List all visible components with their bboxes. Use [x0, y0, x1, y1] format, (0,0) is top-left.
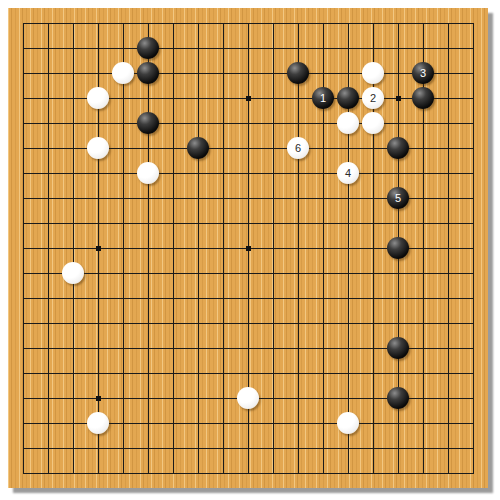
intersection-L6[interactable] [261, 336, 286, 361]
intersection-L4[interactable] [261, 386, 286, 411]
intersection-E10[interactable] [111, 236, 136, 261]
intersection-D16[interactable] [86, 86, 111, 111]
intersection-L1[interactable] [261, 461, 286, 486]
intersection-D18[interactable] [86, 36, 111, 61]
intersection-O3[interactable] [336, 411, 361, 436]
intersection-G19[interactable] [161, 11, 186, 36]
intersection-S15[interactable] [436, 111, 461, 136]
intersection-O14[interactable] [336, 136, 361, 161]
intersection-H8[interactable] [186, 286, 211, 311]
intersection-F9[interactable] [136, 261, 161, 286]
intersection-E9[interactable] [111, 261, 136, 286]
intersection-C14[interactable] [61, 136, 86, 161]
intersection-R11[interactable] [411, 211, 436, 236]
intersection-T13[interactable] [461, 161, 486, 186]
intersection-A5[interactable] [11, 361, 36, 386]
intersection-B17[interactable] [36, 61, 61, 86]
intersection-N4[interactable] [311, 386, 336, 411]
intersection-B19[interactable] [36, 11, 61, 36]
intersection-G11[interactable] [161, 211, 186, 236]
intersection-F17[interactable] [136, 61, 161, 86]
intersection-C2[interactable] [61, 436, 86, 461]
intersection-F14[interactable] [136, 136, 161, 161]
intersection-Q18[interactable] [386, 36, 411, 61]
intersection-L14[interactable] [261, 136, 286, 161]
intersection-H4[interactable] [186, 386, 211, 411]
intersection-S17[interactable] [436, 61, 461, 86]
intersection-R1[interactable] [411, 461, 436, 486]
intersection-T17[interactable] [461, 61, 486, 86]
intersection-T11[interactable] [461, 211, 486, 236]
intersection-H2[interactable] [186, 436, 211, 461]
intersection-F7[interactable] [136, 311, 161, 336]
intersection-Q4[interactable] [386, 386, 411, 411]
intersection-S5[interactable] [436, 361, 461, 386]
intersection-O18[interactable] [336, 36, 361, 61]
intersection-S4[interactable] [436, 386, 461, 411]
intersection-O15[interactable] [336, 111, 361, 136]
intersection-B6[interactable] [36, 336, 61, 361]
intersection-P6[interactable] [361, 336, 386, 361]
intersection-C18[interactable] [61, 36, 86, 61]
intersection-G6[interactable] [161, 336, 186, 361]
intersection-H19[interactable] [186, 11, 211, 36]
intersection-P16[interactable]: 2 [361, 86, 386, 111]
intersection-H10[interactable] [186, 236, 211, 261]
intersection-J18[interactable] [211, 36, 236, 61]
intersection-O8[interactable] [336, 286, 361, 311]
intersection-T5[interactable] [461, 361, 486, 386]
intersection-Q10[interactable] [386, 236, 411, 261]
intersection-E2[interactable] [111, 436, 136, 461]
intersection-P8[interactable] [361, 286, 386, 311]
intersection-D2[interactable] [86, 436, 111, 461]
intersection-B3[interactable] [36, 411, 61, 436]
intersection-N11[interactable] [311, 211, 336, 236]
intersection-P5[interactable] [361, 361, 386, 386]
intersection-J6[interactable] [211, 336, 236, 361]
intersection-H14[interactable] [186, 136, 211, 161]
intersection-B15[interactable] [36, 111, 61, 136]
intersection-B7[interactable] [36, 311, 61, 336]
intersection-T9[interactable] [461, 261, 486, 286]
intersection-K19[interactable] [236, 11, 261, 36]
intersection-K18[interactable] [236, 36, 261, 61]
intersection-H7[interactable] [186, 311, 211, 336]
intersection-F13[interactable] [136, 161, 161, 186]
intersection-C8[interactable] [61, 286, 86, 311]
intersection-B13[interactable] [36, 161, 61, 186]
intersection-B8[interactable] [36, 286, 61, 311]
intersection-A17[interactable] [11, 61, 36, 86]
intersection-O2[interactable] [336, 436, 361, 461]
intersection-M9[interactable] [286, 261, 311, 286]
intersection-D14[interactable] [86, 136, 111, 161]
intersection-L7[interactable] [261, 311, 286, 336]
intersection-E3[interactable] [111, 411, 136, 436]
intersection-R17[interactable]: 3 [411, 61, 436, 86]
intersection-E17[interactable] [111, 61, 136, 86]
intersection-C6[interactable] [61, 336, 86, 361]
intersection-L15[interactable] [261, 111, 286, 136]
intersection-J5[interactable] [211, 361, 236, 386]
intersection-E19[interactable] [111, 11, 136, 36]
intersection-R5[interactable] [411, 361, 436, 386]
intersection-T15[interactable] [461, 111, 486, 136]
intersection-E18[interactable] [111, 36, 136, 61]
intersection-B4[interactable] [36, 386, 61, 411]
intersection-A4[interactable] [11, 386, 36, 411]
intersection-O19[interactable] [336, 11, 361, 36]
intersection-D11[interactable] [86, 211, 111, 236]
intersection-A15[interactable] [11, 111, 36, 136]
intersection-Q11[interactable] [386, 211, 411, 236]
intersection-M6[interactable] [286, 336, 311, 361]
intersection-M17[interactable] [286, 61, 311, 86]
intersection-P4[interactable] [361, 386, 386, 411]
intersection-F3[interactable] [136, 411, 161, 436]
intersection-H15[interactable] [186, 111, 211, 136]
intersection-R9[interactable] [411, 261, 436, 286]
intersection-M10[interactable] [286, 236, 311, 261]
intersection-J17[interactable] [211, 61, 236, 86]
intersection-O1[interactable] [336, 461, 361, 486]
intersection-H11[interactable] [186, 211, 211, 236]
intersection-G4[interactable] [161, 386, 186, 411]
intersection-C16[interactable] [61, 86, 86, 111]
intersection-J8[interactable] [211, 286, 236, 311]
intersection-N14[interactable] [311, 136, 336, 161]
intersection-P10[interactable] [361, 236, 386, 261]
intersection-S1[interactable] [436, 461, 461, 486]
intersection-H16[interactable] [186, 86, 211, 111]
intersection-B11[interactable] [36, 211, 61, 236]
intersection-O6[interactable] [336, 336, 361, 361]
intersection-M2[interactable] [286, 436, 311, 461]
intersection-N6[interactable] [311, 336, 336, 361]
intersection-E11[interactable] [111, 211, 136, 236]
intersection-C19[interactable] [61, 11, 86, 36]
intersection-P18[interactable] [361, 36, 386, 61]
intersection-L10[interactable] [261, 236, 286, 261]
intersection-G1[interactable] [161, 461, 186, 486]
intersection-N2[interactable] [311, 436, 336, 461]
intersection-G12[interactable] [161, 186, 186, 211]
intersection-Q12[interactable]: 5 [386, 186, 411, 211]
intersection-K11[interactable] [236, 211, 261, 236]
intersection-E15[interactable] [111, 111, 136, 136]
intersection-D5[interactable] [86, 361, 111, 386]
intersection-D12[interactable] [86, 186, 111, 211]
intersection-G2[interactable] [161, 436, 186, 461]
intersection-K15[interactable] [236, 111, 261, 136]
intersection-Q19[interactable] [386, 11, 411, 36]
intersection-N18[interactable] [311, 36, 336, 61]
intersection-E7[interactable] [111, 311, 136, 336]
intersection-R3[interactable] [411, 411, 436, 436]
intersection-R12[interactable] [411, 186, 436, 211]
intersection-K6[interactable] [236, 336, 261, 361]
intersection-J7[interactable] [211, 311, 236, 336]
intersection-D1[interactable] [86, 461, 111, 486]
intersection-J19[interactable] [211, 11, 236, 36]
intersection-O9[interactable] [336, 261, 361, 286]
intersection-T8[interactable] [461, 286, 486, 311]
intersection-D8[interactable] [86, 286, 111, 311]
intersection-L8[interactable] [261, 286, 286, 311]
intersection-A9[interactable] [11, 261, 36, 286]
intersection-D17[interactable] [86, 61, 111, 86]
intersection-M18[interactable] [286, 36, 311, 61]
intersection-L19[interactable] [261, 11, 286, 36]
intersection-Q6[interactable] [386, 336, 411, 361]
intersection-G10[interactable] [161, 236, 186, 261]
intersection-N1[interactable] [311, 461, 336, 486]
intersection-N12[interactable] [311, 186, 336, 211]
intersection-F19[interactable] [136, 11, 161, 36]
intersection-H12[interactable] [186, 186, 211, 211]
intersection-L12[interactable] [261, 186, 286, 211]
intersection-C1[interactable] [61, 461, 86, 486]
intersection-J16[interactable] [211, 86, 236, 111]
intersection-D6[interactable] [86, 336, 111, 361]
intersection-T7[interactable] [461, 311, 486, 336]
intersection-J1[interactable] [211, 461, 236, 486]
intersection-F6[interactable] [136, 336, 161, 361]
intersection-E5[interactable] [111, 361, 136, 386]
intersection-H13[interactable] [186, 161, 211, 186]
intersection-K4[interactable] [236, 386, 261, 411]
intersection-K9[interactable] [236, 261, 261, 286]
intersection-A18[interactable] [11, 36, 36, 61]
intersection-M15[interactable] [286, 111, 311, 136]
intersection-O12[interactable] [336, 186, 361, 211]
intersection-Q7[interactable] [386, 311, 411, 336]
intersection-A8[interactable] [11, 286, 36, 311]
intersection-S10[interactable] [436, 236, 461, 261]
intersection-N10[interactable] [311, 236, 336, 261]
intersection-D7[interactable] [86, 311, 111, 336]
intersection-P1[interactable] [361, 461, 386, 486]
intersection-E14[interactable] [111, 136, 136, 161]
intersection-C15[interactable] [61, 111, 86, 136]
intersection-M8[interactable] [286, 286, 311, 311]
intersection-E1[interactable] [111, 461, 136, 486]
intersection-E8[interactable] [111, 286, 136, 311]
intersection-R10[interactable] [411, 236, 436, 261]
intersection-T6[interactable] [461, 336, 486, 361]
intersection-K1[interactable] [236, 461, 261, 486]
intersection-S14[interactable] [436, 136, 461, 161]
intersection-L13[interactable] [261, 161, 286, 186]
intersection-Q2[interactable] [386, 436, 411, 461]
intersection-Q14[interactable] [386, 136, 411, 161]
intersection-T19[interactable] [461, 11, 486, 36]
intersection-T12[interactable] [461, 186, 486, 211]
intersection-N15[interactable] [311, 111, 336, 136]
intersection-C13[interactable] [61, 161, 86, 186]
intersection-Q17[interactable] [386, 61, 411, 86]
intersection-B2[interactable] [36, 436, 61, 461]
intersection-J4[interactable] [211, 386, 236, 411]
intersection-L2[interactable] [261, 436, 286, 461]
intersection-T2[interactable] [461, 436, 486, 461]
intersection-L16[interactable] [261, 86, 286, 111]
intersection-C4[interactable] [61, 386, 86, 411]
intersection-B5[interactable] [36, 361, 61, 386]
intersection-C11[interactable] [61, 211, 86, 236]
intersection-A19[interactable] [11, 11, 36, 36]
intersection-N5[interactable] [311, 361, 336, 386]
intersection-N3[interactable] [311, 411, 336, 436]
intersection-K12[interactable] [236, 186, 261, 211]
intersection-M13[interactable] [286, 161, 311, 186]
intersection-O17[interactable] [336, 61, 361, 86]
intersection-R15[interactable] [411, 111, 436, 136]
intersection-L9[interactable] [261, 261, 286, 286]
intersection-A6[interactable] [11, 336, 36, 361]
intersection-J12[interactable] [211, 186, 236, 211]
intersection-J10[interactable] [211, 236, 236, 261]
intersection-S18[interactable] [436, 36, 461, 61]
intersection-A16[interactable] [11, 86, 36, 111]
intersection-E12[interactable] [111, 186, 136, 211]
intersection-P12[interactable] [361, 186, 386, 211]
intersection-S12[interactable] [436, 186, 461, 211]
intersection-M11[interactable] [286, 211, 311, 236]
intersection-P13[interactable] [361, 161, 386, 186]
intersection-R4[interactable] [411, 386, 436, 411]
intersection-P11[interactable] [361, 211, 386, 236]
intersection-O10[interactable] [336, 236, 361, 261]
intersection-T1[interactable] [461, 461, 486, 486]
intersection-T10[interactable] [461, 236, 486, 261]
intersection-J2[interactable] [211, 436, 236, 461]
intersection-Q3[interactable] [386, 411, 411, 436]
intersection-S13[interactable] [436, 161, 461, 186]
intersection-B9[interactable] [36, 261, 61, 286]
intersection-P19[interactable] [361, 11, 386, 36]
intersection-G5[interactable] [161, 361, 186, 386]
intersection-A13[interactable] [11, 161, 36, 186]
intersection-B16[interactable] [36, 86, 61, 111]
intersection-L3[interactable] [261, 411, 286, 436]
intersection-M4[interactable] [286, 386, 311, 411]
intersection-F2[interactable] [136, 436, 161, 461]
intersection-K17[interactable] [236, 61, 261, 86]
intersection-S9[interactable] [436, 261, 461, 286]
intersection-B18[interactable] [36, 36, 61, 61]
intersection-N13[interactable] [311, 161, 336, 186]
intersection-G16[interactable] [161, 86, 186, 111]
intersection-K2[interactable] [236, 436, 261, 461]
intersection-G18[interactable] [161, 36, 186, 61]
intersection-G13[interactable] [161, 161, 186, 186]
intersection-R16[interactable] [411, 86, 436, 111]
intersection-P9[interactable] [361, 261, 386, 286]
intersection-R6[interactable] [411, 336, 436, 361]
intersection-D9[interactable] [86, 261, 111, 286]
intersection-Q13[interactable] [386, 161, 411, 186]
intersection-A12[interactable] [11, 186, 36, 211]
intersection-F15[interactable] [136, 111, 161, 136]
intersection-F18[interactable] [136, 36, 161, 61]
intersection-P15[interactable] [361, 111, 386, 136]
intersection-A3[interactable] [11, 411, 36, 436]
intersection-S11[interactable] [436, 211, 461, 236]
intersection-G14[interactable] [161, 136, 186, 161]
intersection-E13[interactable] [111, 161, 136, 186]
intersection-B14[interactable] [36, 136, 61, 161]
intersection-K14[interactable] [236, 136, 261, 161]
intersection-P2[interactable] [361, 436, 386, 461]
intersection-H6[interactable] [186, 336, 211, 361]
intersection-J3[interactable] [211, 411, 236, 436]
intersection-R7[interactable] [411, 311, 436, 336]
intersection-S3[interactable] [436, 411, 461, 436]
intersection-J13[interactable] [211, 161, 236, 186]
intersection-T18[interactable] [461, 36, 486, 61]
intersection-S2[interactable] [436, 436, 461, 461]
intersection-G3[interactable] [161, 411, 186, 436]
intersection-C7[interactable] [61, 311, 86, 336]
intersection-A10[interactable] [11, 236, 36, 261]
intersection-P17[interactable] [361, 61, 386, 86]
intersection-D15[interactable] [86, 111, 111, 136]
intersection-M3[interactable] [286, 411, 311, 436]
intersection-F10[interactable] [136, 236, 161, 261]
intersection-K5[interactable] [236, 361, 261, 386]
intersection-Q8[interactable] [386, 286, 411, 311]
intersection-A14[interactable] [11, 136, 36, 161]
intersection-M16[interactable] [286, 86, 311, 111]
intersection-S7[interactable] [436, 311, 461, 336]
intersection-G8[interactable] [161, 286, 186, 311]
intersection-H9[interactable] [186, 261, 211, 286]
intersection-C17[interactable] [61, 61, 86, 86]
intersection-M7[interactable] [286, 311, 311, 336]
intersection-K3[interactable] [236, 411, 261, 436]
intersection-O4[interactable] [336, 386, 361, 411]
intersection-N9[interactable] [311, 261, 336, 286]
intersection-C3[interactable] [61, 411, 86, 436]
intersection-C5[interactable] [61, 361, 86, 386]
intersection-R18[interactable] [411, 36, 436, 61]
intersection-A1[interactable] [11, 461, 36, 486]
intersection-C9[interactable] [61, 261, 86, 286]
intersection-F8[interactable] [136, 286, 161, 311]
intersection-F16[interactable] [136, 86, 161, 111]
intersection-Q1[interactable] [386, 461, 411, 486]
intersection-J14[interactable] [211, 136, 236, 161]
intersection-K7[interactable] [236, 311, 261, 336]
intersection-D13[interactable] [86, 161, 111, 186]
intersection-O13[interactable]: 4 [336, 161, 361, 186]
intersection-R19[interactable] [411, 11, 436, 36]
intersection-G9[interactable] [161, 261, 186, 286]
intersection-E6[interactable] [111, 336, 136, 361]
intersection-M12[interactable] [286, 186, 311, 211]
intersection-H18[interactable] [186, 36, 211, 61]
intersection-S6[interactable] [436, 336, 461, 361]
intersection-B12[interactable] [36, 186, 61, 211]
intersection-Q15[interactable] [386, 111, 411, 136]
intersection-L5[interactable] [261, 361, 286, 386]
intersection-F1[interactable] [136, 461, 161, 486]
intersection-R13[interactable] [411, 161, 436, 186]
intersection-N7[interactable] [311, 311, 336, 336]
intersection-K8[interactable] [236, 286, 261, 311]
